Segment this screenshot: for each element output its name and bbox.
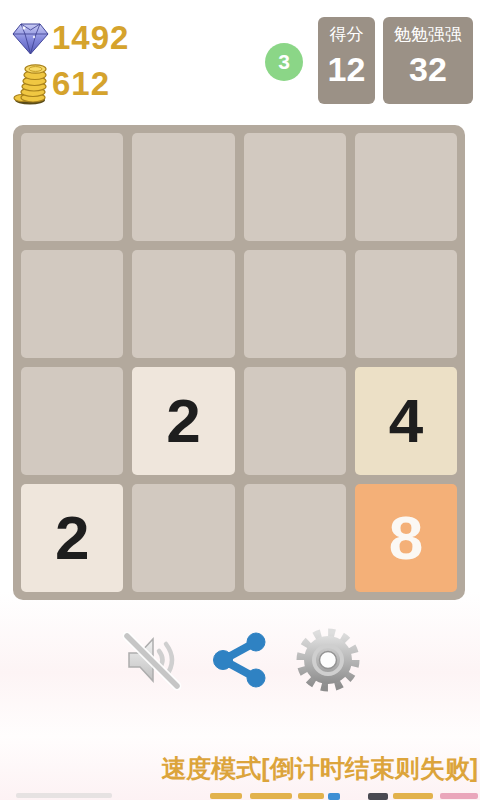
cell-r2c2-empty xyxy=(244,367,346,475)
diamond-icon xyxy=(12,21,49,60)
ticker-fragment xyxy=(328,793,340,800)
cell-r1c2-empty xyxy=(244,250,346,358)
settings-icon xyxy=(295,627,361,697)
coin-count: 612 xyxy=(52,65,110,103)
ticker-fragment xyxy=(393,793,433,799)
countdown-badge: 3 xyxy=(265,43,303,81)
cell-r0c1-empty xyxy=(132,133,234,241)
coin-icon xyxy=(11,59,49,109)
cell-r3c2-empty xyxy=(244,484,346,592)
ticker-fragment xyxy=(16,793,112,798)
ticker-fragment xyxy=(250,793,292,799)
settings-button[interactable] xyxy=(296,630,360,694)
share-icon xyxy=(211,631,269,693)
cell-r0c3-empty xyxy=(355,133,457,241)
cell-r0c0-empty xyxy=(21,133,123,241)
board-2048[interactable]: 2428 xyxy=(13,125,465,600)
cell-r2c0-empty xyxy=(21,367,123,475)
ticker-sliver xyxy=(0,792,480,800)
rank-value: 32 xyxy=(383,46,473,92)
ticker-fragment xyxy=(210,793,242,799)
cell-r1c1-empty xyxy=(132,250,234,358)
toolbar xyxy=(0,626,480,698)
cell-r3c3-tile-8: 8 xyxy=(355,484,457,592)
game-screen: 1492 612 3 得分 12 勉勉强强 32 2428 xyxy=(0,0,480,800)
score-label: 得分 xyxy=(318,24,375,46)
cell-r2c1-tile-2: 2 xyxy=(132,367,234,475)
score-value: 12 xyxy=(318,46,375,92)
ticker-fragment xyxy=(440,793,478,799)
rank-label: 勉勉强强 xyxy=(383,24,473,46)
rank-box: 勉勉强强 32 xyxy=(383,17,473,104)
cell-r0c2-empty xyxy=(244,133,346,241)
score-box: 得分 12 xyxy=(318,17,375,104)
cell-r1c0-empty xyxy=(21,250,123,358)
share-button[interactable] xyxy=(208,630,272,694)
mute-icon xyxy=(120,628,184,696)
ticker-fragment xyxy=(298,793,324,799)
cell-r1c3-empty xyxy=(355,250,457,358)
cell-r3c1-empty xyxy=(132,484,234,592)
cell-r2c3-tile-4: 4 xyxy=(355,367,457,475)
mute-button[interactable] xyxy=(120,630,184,694)
diamond-count: 1492 xyxy=(52,19,129,57)
ticker-fragment xyxy=(368,793,388,800)
mode-banner-text: 速度模式[倒计时结束则失败] xyxy=(161,752,478,785)
cell-r3c0-tile-2: 2 xyxy=(21,484,123,592)
